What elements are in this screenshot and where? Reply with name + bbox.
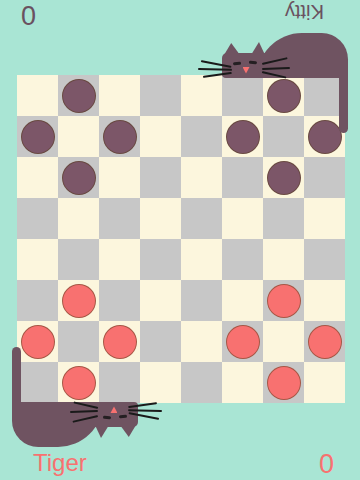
square-r8c6[interactable]: [222, 362, 263, 403]
kitty-piece[interactable]: [62, 79, 96, 113]
square-r2c1[interactable]: [17, 116, 58, 157]
kitty-score: 0: [21, 3, 36, 30]
square-r4c5[interactable]: [181, 198, 222, 239]
square-r4c7[interactable]: [263, 198, 304, 239]
square-r3c7[interactable]: [263, 157, 304, 198]
square-r6c7[interactable]: [263, 280, 304, 321]
square-r3c8[interactable]: [304, 157, 345, 198]
square-r6c5[interactable]: [181, 280, 222, 321]
square-r4c8[interactable]: [304, 198, 345, 239]
kitty-piece[interactable]: [267, 161, 301, 195]
square-r3c3[interactable]: [99, 157, 140, 198]
square-r8c8[interactable]: [304, 362, 345, 403]
square-r5c8[interactable]: [304, 239, 345, 280]
game-screen: 0 Kitty Tiger 0: [0, 0, 360, 480]
square-r5c5[interactable]: [181, 239, 222, 280]
square-r5c1[interactable]: [17, 239, 58, 280]
tiger-piece[interactable]: [267, 284, 301, 318]
square-r7c6[interactable]: [222, 321, 263, 362]
square-r7c8[interactable]: [304, 321, 345, 362]
tiger-score: 0: [319, 451, 334, 478]
square-r5c6[interactable]: [222, 239, 263, 280]
square-r6c8[interactable]: [304, 280, 345, 321]
square-r2c2[interactable]: [58, 116, 99, 157]
square-r4c4[interactable]: [140, 198, 181, 239]
square-r7c7[interactable]: [263, 321, 304, 362]
square-r4c6[interactable]: [222, 198, 263, 239]
tiger-name: Tiger: [33, 451, 87, 475]
tiger-cat-figure: [12, 347, 165, 447]
cat-whisker: [262, 67, 290, 69]
square-r1c1[interactable]: [17, 75, 58, 116]
square-r5c3[interactable]: [99, 239, 140, 280]
kitty-cat-figure: [195, 33, 348, 133]
square-r4c2[interactable]: [58, 198, 99, 239]
square-r4c1[interactable]: [17, 198, 58, 239]
square-r3c2[interactable]: [58, 157, 99, 198]
square-r3c1[interactable]: [17, 157, 58, 198]
square-r1c3[interactable]: [99, 75, 140, 116]
tiger-piece[interactable]: [308, 325, 342, 359]
kitty-piece[interactable]: [21, 120, 55, 154]
square-r6c4[interactable]: [140, 280, 181, 321]
kitty-name: Kitty: [285, 2, 324, 22]
square-r2c3[interactable]: [99, 116, 140, 157]
square-r5c7[interactable]: [263, 239, 304, 280]
square-r6c3[interactable]: [99, 280, 140, 321]
square-r4c3[interactable]: [99, 198, 140, 239]
kitty-piece[interactable]: [62, 161, 96, 195]
square-r6c6[interactable]: [222, 280, 263, 321]
cat-closed-eye-right-icon: [249, 61, 257, 64]
cat-whisker: [198, 68, 232, 70]
square-r8c7[interactable]: [263, 362, 304, 403]
cat-paw: [339, 77, 348, 133]
square-r1c2[interactable]: [58, 75, 99, 116]
tiger-piece[interactable]: [226, 325, 260, 359]
square-r3c4[interactable]: [140, 157, 181, 198]
square-r6c1[interactable]: [17, 280, 58, 321]
tiger-piece[interactable]: [267, 366, 301, 400]
square-r2c4[interactable]: [140, 116, 181, 157]
square-r3c5[interactable]: [181, 157, 222, 198]
square-r3c6[interactable]: [222, 157, 263, 198]
square-r5c2[interactable]: [58, 239, 99, 280]
kitty-piece[interactable]: [103, 120, 137, 154]
square-r7c5[interactable]: [181, 321, 222, 362]
square-r5c4[interactable]: [140, 239, 181, 280]
square-r6c2[interactable]: [58, 280, 99, 321]
tiger-piece[interactable]: [62, 284, 96, 318]
cat-closed-eye-right-icon: [103, 416, 111, 419]
square-r1c4[interactable]: [140, 75, 181, 116]
square-r8c5[interactable]: [181, 362, 222, 403]
cat-paw: [12, 347, 21, 403]
